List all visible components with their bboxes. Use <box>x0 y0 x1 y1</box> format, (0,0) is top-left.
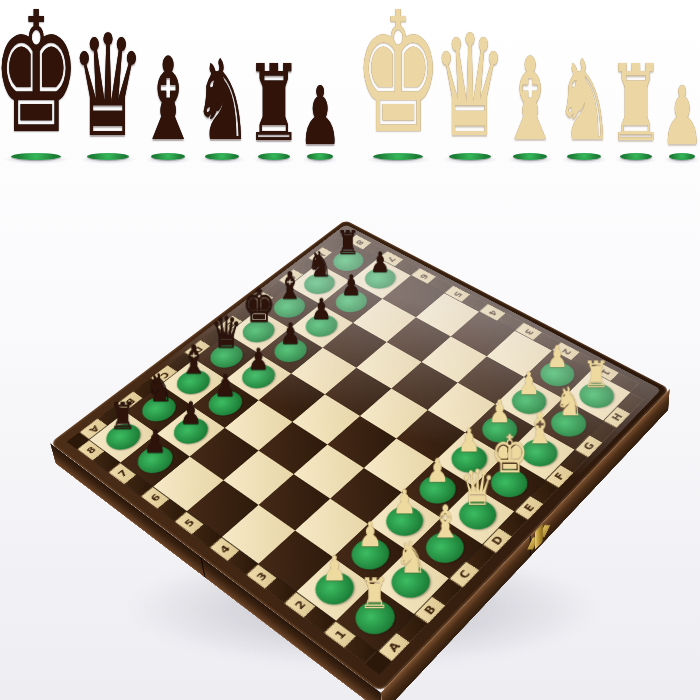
coordinate-label: G <box>581 441 596 452</box>
queen-glyph: ♛ <box>71 16 146 157</box>
queen-glyph: ♛ <box>433 16 508 157</box>
coordinate-label: 2 <box>293 599 308 611</box>
king-glyph: ♚ <box>354 0 443 157</box>
coordinate-label: 6 <box>418 272 430 280</box>
coordinate-label: B <box>422 603 438 616</box>
lineup-light-bishop: ♝ <box>504 70 556 160</box>
coordinate-label: F <box>552 471 566 481</box>
knight-glyph: ♞ <box>193 46 252 157</box>
bishop-glyph: ♝ <box>500 43 561 157</box>
coordinate-label: 3 <box>254 570 269 582</box>
product-photo: ♚♛♝♞♜♟ ♚♛♝♞♜♟ AA88BB77CC66DD55EE44FF33GG… <box>0 0 700 700</box>
coordinate-label: H <box>609 412 624 423</box>
clasp-buckle-icon <box>535 524 543 550</box>
rook-glyph: ♜ <box>246 51 302 157</box>
rook-glyph: ♜ <box>360 573 390 616</box>
lineup-dark-pawn: ♟ <box>300 96 340 160</box>
lineup-dark-rook: ♜ <box>250 78 298 160</box>
pawn-glyph: ♟ <box>144 426 167 458</box>
knight-glyph: ♞ <box>555 46 614 157</box>
lineup-light-king: ♚ <box>360 30 436 160</box>
coordinate-label: E <box>522 502 536 513</box>
lineup-dark-king: ♚ <box>0 30 74 160</box>
coordinate-label: C <box>457 568 472 580</box>
pawn-glyph: ♟ <box>661 76 700 157</box>
piece-dark-pawn-a7: ♟ <box>127 392 184 459</box>
lineup-light-queen: ♛ <box>438 50 502 160</box>
fold-seam-left <box>200 556 206 578</box>
coordinate-label: 6 <box>149 492 163 503</box>
lineup-light: ♚♛♝♞♜♟ <box>360 30 700 160</box>
coordinate-label: 7 <box>116 468 129 478</box>
coordinate-label: D <box>489 534 505 546</box>
rook-glyph: ♜ <box>608 51 664 157</box>
coordinate-label: 4 <box>486 308 499 316</box>
coordinate-label: 1 <box>333 628 348 641</box>
piece-light-rook-a1: ♜ <box>343 541 407 617</box>
lineup-light-rook: ♜ <box>612 78 660 160</box>
bishop-glyph: ♝ <box>138 43 199 157</box>
coordinate-label: 5 <box>451 290 463 298</box>
coordinate-label: A <box>386 640 402 654</box>
pawn-glyph: ♟ <box>299 76 342 157</box>
lineup-light-knight: ♞ <box>558 74 610 160</box>
king-glyph: ♚ <box>0 0 80 157</box>
coordinate-label: 8 <box>85 445 98 455</box>
coordinate-label: 4 <box>218 543 232 554</box>
coordinate-label: 5 <box>182 517 196 528</box>
lineup-dark: ♚♛♝♞♜♟ <box>0 30 340 160</box>
lineup-dark-knight: ♞ <box>196 74 248 160</box>
lineup-dark-queen: ♛ <box>76 50 140 160</box>
lineup-dark-bishop: ♝ <box>142 70 194 160</box>
lineup-light-pawn: ♟ <box>662 96 700 160</box>
